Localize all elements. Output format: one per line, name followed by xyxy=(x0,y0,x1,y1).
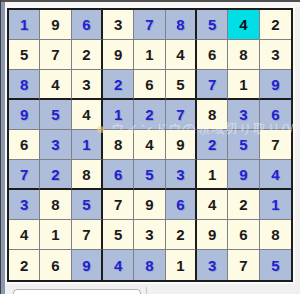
cell-r1c4[interactable]: 3 xyxy=(103,10,134,40)
cell-r6c3[interactable]: 8 xyxy=(72,160,103,190)
cell-r3c9[interactable]: 9 xyxy=(260,70,291,100)
cell-r9c3[interactable]: 9 xyxy=(72,250,103,280)
cell-r9c2[interactable]: 6 xyxy=(40,250,71,280)
cell-r8c5[interactable]: 3 xyxy=(134,220,165,250)
cell-r5c7[interactable]: 2 xyxy=(197,130,228,160)
cell-r7c3[interactable]: 5 xyxy=(72,190,103,220)
cell-r4c8[interactable]: 3 xyxy=(228,100,259,130)
cell-r3c5[interactable]: 6 xyxy=(134,70,165,100)
cell-r3c4[interactable]: 2 xyxy=(103,70,134,100)
cell-r2c2[interactable]: 7 xyxy=(40,40,71,70)
cell-r4c4[interactable]: 1 xyxy=(103,100,134,130)
cell-r7c7[interactable]: 4 xyxy=(197,190,228,220)
cell-r6c6[interactable]: 3 xyxy=(166,160,197,190)
cell-r5c4[interactable]: 8 xyxy=(103,130,134,160)
window-frame-left xyxy=(1,2,5,294)
cell-r1c9[interactable]: 2 xyxy=(260,10,291,40)
cell-r2c4[interactable]: 9 xyxy=(103,40,134,70)
cell-r1c2[interactable]: 9 xyxy=(40,10,71,40)
cell-r9c4[interactable]: 4 xyxy=(103,250,134,280)
cell-r3c3[interactable]: 3 xyxy=(72,70,103,100)
cell-r1c7[interactable]: 5 xyxy=(197,10,228,40)
cell-r5c1[interactable]: 6 xyxy=(9,130,40,160)
cell-r3c2[interactable]: 4 xyxy=(40,70,71,100)
cell-r4c7[interactable]: 8 xyxy=(197,100,228,130)
cell-r7c9[interactable]: 1 xyxy=(260,190,291,220)
bottom-button-partial[interactable] xyxy=(13,289,141,294)
cell-r7c8[interactable]: 2 xyxy=(228,190,259,220)
cell-r7c1[interactable]: 3 xyxy=(9,190,40,220)
cell-r1c5[interactable]: 7 xyxy=(134,10,165,40)
cell-r3c1[interactable]: 8 xyxy=(9,70,40,100)
cell-r8c4[interactable]: 5 xyxy=(103,220,134,250)
cell-r8c6[interactable]: 2 xyxy=(166,220,197,250)
cell-r6c9[interactable]: 4 xyxy=(260,160,291,190)
cell-r1c6[interactable]: 8 xyxy=(166,10,197,40)
cell-r2c5[interactable]: 1 xyxy=(134,40,165,70)
sudoku-board: 1963785425729146838432657199541278366318… xyxy=(7,8,293,282)
cell-r8c9[interactable]: 8 xyxy=(260,220,291,250)
cell-r9c6[interactable]: 1 xyxy=(166,250,197,280)
cell-r1c3[interactable]: 6 xyxy=(72,10,103,40)
cell-r4c1[interactable]: 9 xyxy=(9,100,40,130)
cell-r4c6[interactable]: 7 xyxy=(166,100,197,130)
cell-r6c2[interactable]: 2 xyxy=(40,160,71,190)
cell-r6c1[interactable]: 7 xyxy=(9,160,40,190)
cell-r6c4[interactable]: 6 xyxy=(103,160,134,190)
cell-r9c1[interactable]: 2 xyxy=(9,250,40,280)
cell-r5c8[interactable]: 5 xyxy=(228,130,259,160)
cell-r2c7[interactable]: 6 xyxy=(197,40,228,70)
cell-r7c4[interactable]: 7 xyxy=(103,190,134,220)
cell-r3c8[interactable]: 1 xyxy=(228,70,259,100)
cell-r4c2[interactable]: 5 xyxy=(40,100,71,130)
cell-r9c8[interactable]: 7 xyxy=(228,250,259,280)
cell-r4c5[interactable]: 2 xyxy=(134,100,165,130)
cell-r6c5[interactable]: 5 xyxy=(134,160,165,190)
cell-r5c6[interactable]: 9 xyxy=(166,130,197,160)
cell-r2c9[interactable]: 3 xyxy=(260,40,291,70)
cell-r1c1[interactable]: 1 xyxy=(9,10,40,40)
cell-r5c9[interactable]: 7 xyxy=(260,130,291,160)
cell-r3c6[interactable]: 5 xyxy=(166,70,197,100)
bottom-divider xyxy=(146,287,147,294)
cell-r4c9[interactable]: 6 xyxy=(260,100,291,130)
sudoku-window: 1963785425729146838432657199541278366318… xyxy=(0,0,300,294)
cell-r2c1[interactable]: 5 xyxy=(9,40,40,70)
cell-r6c8[interactable]: 9 xyxy=(228,160,259,190)
cell-r2c8[interactable]: 8 xyxy=(228,40,259,70)
cell-r5c5[interactable]: 4 xyxy=(134,130,165,160)
cell-r3c7[interactable]: 7 xyxy=(197,70,228,100)
cell-r9c5[interactable]: 8 xyxy=(134,250,165,280)
cell-r2c3[interactable]: 2 xyxy=(72,40,103,70)
cell-r4c3[interactable]: 4 xyxy=(72,100,103,130)
cell-r7c2[interactable]: 8 xyxy=(40,190,71,220)
cell-r8c2[interactable]: 1 xyxy=(40,220,71,250)
cell-r5c2[interactable]: 3 xyxy=(40,130,71,160)
cell-r8c3[interactable]: 7 xyxy=(72,220,103,250)
window-frame-top-highlight xyxy=(0,2,300,7)
cell-r8c8[interactable]: 6 xyxy=(228,220,259,250)
cell-r1c8[interactable]: 4 xyxy=(228,10,259,40)
cell-r9c7[interactable]: 3 xyxy=(197,250,228,280)
cell-r9c9[interactable]: 5 xyxy=(260,250,291,280)
cell-r8c1[interactable]: 4 xyxy=(9,220,40,250)
cell-r7c6[interactable]: 6 xyxy=(166,190,197,220)
cell-r2c6[interactable]: 4 xyxy=(166,40,197,70)
cell-r5c3[interactable]: 1 xyxy=(72,130,103,160)
cell-r7c5[interactable]: 9 xyxy=(134,190,165,220)
cell-r6c7[interactable]: 1 xyxy=(197,160,228,190)
cell-r8c7[interactable]: 9 xyxy=(197,220,228,250)
